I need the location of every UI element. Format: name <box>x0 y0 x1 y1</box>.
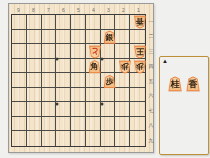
piece-face: 王 <box>135 46 145 57</box>
board-cell-7六[interactable] <box>42 88 57 103</box>
board-cell-2八[interactable] <box>115 117 130 132</box>
board-cell-1六[interactable] <box>130 88 145 103</box>
piece-face: 歩 <box>135 61 145 72</box>
komadai: ▲ 桂香 <box>159 56 209 155</box>
piece-face: 銀 <box>105 31 115 42</box>
hand-piece-香[interactable]: 香 <box>186 76 200 91</box>
piece-glyph: 桂 <box>171 80 180 89</box>
board-cell-8六[interactable] <box>27 88 42 103</box>
board-cell-2三[interactable] <box>115 44 130 59</box>
file-label-1: 1 <box>131 6 146 14</box>
board-cell-1七[interactable] <box>130 102 145 117</box>
board-cell-6九[interactable] <box>56 131 71 146</box>
file-label-9: 9 <box>11 6 26 14</box>
board-cell-7二[interactable] <box>42 30 57 45</box>
rank-label-7: 七 <box>147 103 155 118</box>
piece-face: 香 <box>135 17 145 28</box>
file-labels: 987654321 <box>11 6 146 14</box>
tsume-shogi-widget: 987654321 一二三四五六七八九 香銀と王角歩歩歩 ▲ 桂香 <box>0 0 210 158</box>
board-cell-7五[interactable] <box>42 73 57 88</box>
board-cell-9九[interactable] <box>12 131 27 146</box>
board-cell-7三[interactable] <box>42 44 57 59</box>
board-cell-9八[interactable] <box>12 117 27 132</box>
board-cell-7七[interactable] <box>42 102 57 117</box>
rank-label-3: 三 <box>147 44 155 59</box>
board-cell-6四[interactable] <box>56 59 71 74</box>
board-cell-8八[interactable] <box>27 117 42 132</box>
piece-glyph: 歩 <box>121 62 129 70</box>
board-cell-5一[interactable] <box>71 15 86 30</box>
board-cell-1八[interactable] <box>130 117 145 132</box>
board-cell-8三[interactable] <box>27 44 42 59</box>
board-cell-4六[interactable] <box>86 88 101 103</box>
sente-marker-icon: ▲ <box>162 58 168 65</box>
board-cell-9五[interactable] <box>12 73 27 88</box>
rank-label-6: 六 <box>147 88 155 103</box>
piece-face: 歩 <box>105 76 115 87</box>
board-cell-2六[interactable] <box>115 88 130 103</box>
board-cell-2七[interactable] <box>115 102 130 117</box>
board-cell-8七[interactable] <box>27 102 42 117</box>
file-label-8: 8 <box>26 6 41 14</box>
board-cell-9四[interactable] <box>12 59 27 74</box>
piece-face: 歩 <box>120 61 130 72</box>
rank-label-5: 五 <box>147 73 155 88</box>
shogi-board: 987654321 一二三四五六七八九 香銀と王角歩歩歩 <box>8 3 154 153</box>
board-cell-4八[interactable] <box>86 117 101 132</box>
board-cell-5三[interactable] <box>71 44 86 59</box>
piece-face: と <box>90 46 100 57</box>
piece-glyph: と <box>90 47 98 55</box>
board-cell-3四[interactable] <box>101 59 116 74</box>
board-cell-5七[interactable] <box>71 102 86 117</box>
board-cell-8五[interactable] <box>27 73 42 88</box>
board-cell-8九[interactable] <box>27 131 42 146</box>
board-cell-5六[interactable] <box>71 88 86 103</box>
piece-face: 桂 <box>169 77 181 90</box>
board-cell-3八[interactable] <box>101 117 116 132</box>
board-cell-6二[interactable] <box>56 30 71 45</box>
rank-labels: 一二三四五六七八九 <box>147 14 155 147</box>
file-label-4: 4 <box>86 6 101 14</box>
board-cell-9三[interactable] <box>12 44 27 59</box>
board-cell-7一[interactable] <box>42 15 57 30</box>
board-cell-7八[interactable] <box>42 117 57 132</box>
rank-label-2: 二 <box>147 29 155 44</box>
file-label-2: 2 <box>116 6 131 14</box>
board-cell-5八[interactable] <box>71 117 86 132</box>
piece-glyph: 王 <box>136 47 144 55</box>
board-cell-6六[interactable] <box>56 88 71 103</box>
board-cell-4二[interactable] <box>86 30 101 45</box>
board-cell-5四[interactable] <box>71 59 86 74</box>
board-cell-4五[interactable] <box>86 73 101 88</box>
board-cell-4七[interactable] <box>86 102 101 117</box>
board-cell-2五[interactable] <box>115 73 130 88</box>
board-cell-6三[interactable] <box>56 44 71 59</box>
board-cell-9二[interactable] <box>12 30 27 45</box>
board-cell-4一[interactable] <box>86 15 101 30</box>
board-cell-6五[interactable] <box>56 73 71 88</box>
board-cell-4九[interactable] <box>86 131 101 146</box>
board-cell-3一[interactable] <box>101 15 116 30</box>
piece-face: 香 <box>187 77 199 90</box>
board-cell-8一[interactable] <box>27 15 42 30</box>
board-cell-5九[interactable] <box>71 131 86 146</box>
board-cell-1二[interactable] <box>130 30 145 45</box>
piece-glyph: 香 <box>136 17 144 25</box>
piece-glyph: 香 <box>189 80 198 89</box>
file-label-3: 3 <box>101 6 116 14</box>
hand-piece-桂[interactable]: 桂 <box>168 76 182 91</box>
piece-glyph: 歩 <box>106 78 114 86</box>
board-grid: 香銀と王角歩歩歩 <box>11 14 146 147</box>
board-cell-3三[interactable] <box>101 44 116 59</box>
board-cell-6一[interactable] <box>56 15 71 30</box>
board-cell-6八[interactable] <box>56 117 71 132</box>
rank-label-8: 八 <box>147 117 155 132</box>
board-cell-5二[interactable] <box>71 30 86 45</box>
board-cell-2九[interactable] <box>115 131 130 146</box>
board-cell-9一[interactable] <box>12 15 27 30</box>
board-cell-9七[interactable] <box>12 102 27 117</box>
board-cell-1九[interactable] <box>130 131 145 146</box>
rank-label-1: 一 <box>147 14 155 29</box>
board-cell-9六[interactable] <box>12 88 27 103</box>
board-cell-2二[interactable] <box>115 30 130 45</box>
board-cell-6七[interactable] <box>56 102 71 117</box>
file-label-6: 6 <box>56 6 71 14</box>
board-cell-1五[interactable] <box>130 73 145 88</box>
board-cell-5五[interactable] <box>71 73 86 88</box>
board-cell-7九[interactable] <box>42 131 57 146</box>
file-label-7: 7 <box>41 6 56 14</box>
board-cell-7四[interactable] <box>42 59 57 74</box>
piece-glyph: 歩 <box>136 62 144 70</box>
board-cell-3七[interactable] <box>101 102 116 117</box>
file-label-5: 5 <box>71 6 86 14</box>
rank-label-4: 四 <box>147 58 155 73</box>
board-cell-8四[interactable] <box>27 59 42 74</box>
board-cell-8二[interactable] <box>27 30 42 45</box>
rank-label-9: 九 <box>147 132 155 147</box>
piece-face: 角 <box>90 61 100 72</box>
board-cell-3六[interactable] <box>101 88 116 103</box>
piece-glyph: 角 <box>91 64 99 72</box>
board-cell-3九[interactable] <box>101 131 116 146</box>
piece-glyph: 銀 <box>106 34 114 42</box>
board-cell-2一[interactable] <box>115 15 130 30</box>
